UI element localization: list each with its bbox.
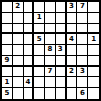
cell-r5c3[interactable] <box>24 45 35 56</box>
cell-r4c4[interactable]: 5 <box>34 34 45 45</box>
cell-r8c9[interactable] <box>88 77 99 88</box>
cell-r3c1[interactable] <box>2 24 13 35</box>
cell-r4c8[interactable] <box>77 34 88 45</box>
cell-r8c6[interactable] <box>56 77 67 88</box>
cell-r1c4[interactable] <box>34 2 45 13</box>
cell-r8c2[interactable] <box>13 77 24 88</box>
cell-r9c4[interactable] <box>34 88 45 99</box>
cell-r6c6[interactable] <box>56 56 67 67</box>
cell-r8c4[interactable] <box>34 77 45 88</box>
cell-r6c4[interactable] <box>34 56 45 67</box>
cell-r3c7[interactable] <box>67 24 78 35</box>
cell-r9c7[interactable] <box>67 88 78 99</box>
cell-r2c6[interactable] <box>56 13 67 24</box>
cell-r1c8[interactable]: 7 <box>77 2 88 13</box>
cell-r7c5[interactable]: 7 <box>45 67 56 78</box>
cell-r5c2[interactable] <box>13 45 24 56</box>
cell-r6c8[interactable] <box>77 56 88 67</box>
cell-r4c2[interactable] <box>13 34 24 45</box>
cell-r9c1[interactable]: 5 <box>2 88 13 99</box>
cell-r7c7[interactable]: 2 <box>67 67 78 78</box>
cell-r3c5[interactable] <box>45 24 56 35</box>
cell-r2c9[interactable] <box>88 13 99 24</box>
cell-r1c9[interactable] <box>88 2 99 13</box>
cell-r7c3[interactable] <box>24 67 35 78</box>
cell-r5c6[interactable]: 3 <box>56 45 67 56</box>
cell-r6c1[interactable]: 9 <box>2 56 13 67</box>
cell-r4c9[interactable]: 1 <box>88 34 99 45</box>
cell-r3c8[interactable] <box>77 24 88 35</box>
cell-r1c1[interactable] <box>2 2 13 13</box>
cell-r1c5[interactable] <box>45 2 56 13</box>
cell-r6c3[interactable] <box>24 56 35 67</box>
cell-r1c2[interactable]: 2 <box>13 2 24 13</box>
cell-r6c9[interactable] <box>88 56 99 67</box>
cell-r4c5[interactable] <box>45 34 56 45</box>
cell-r9c9[interactable] <box>88 88 99 99</box>
cell-r4c7[interactable]: 4 <box>67 34 78 45</box>
cell-r7c2[interactable] <box>13 67 24 78</box>
cell-r7c9[interactable] <box>88 67 99 78</box>
cell-r7c1[interactable] <box>2 67 13 78</box>
cell-r2c3[interactable] <box>24 13 35 24</box>
cell-r4c6[interactable] <box>56 34 67 45</box>
cell-r6c7[interactable] <box>67 56 78 67</box>
cell-r4c3[interactable] <box>24 34 35 45</box>
cell-r9c3[interactable] <box>24 88 35 99</box>
cell-r2c8[interactable] <box>77 13 88 24</box>
cell-r8c5[interactable] <box>45 77 56 88</box>
cell-r8c7[interactable] <box>67 77 78 88</box>
cell-r5c1[interactable] <box>2 45 13 56</box>
cell-r1c3[interactable] <box>24 2 35 13</box>
cell-r3c2[interactable] <box>13 24 24 35</box>
cell-r9c5[interactable] <box>45 88 56 99</box>
cell-r2c7[interactable] <box>67 13 78 24</box>
cell-r5c8[interactable] <box>77 45 88 56</box>
cell-r7c4[interactable] <box>34 67 45 78</box>
cell-r5c5[interactable]: 8 <box>45 45 56 56</box>
cell-r8c1[interactable]: 1 <box>2 77 13 88</box>
cell-r7c8[interactable]: 3 <box>77 67 88 78</box>
cell-r2c4[interactable]: 1 <box>34 13 45 24</box>
cell-r3c4[interactable] <box>34 24 45 35</box>
cell-r9c6[interactable] <box>56 88 67 99</box>
cell-r3c3[interactable] <box>24 24 35 35</box>
cell-r7c6[interactable] <box>56 67 67 78</box>
cell-r2c1[interactable] <box>2 13 13 24</box>
cell-r5c9[interactable] <box>88 45 99 56</box>
sudoku-puzzle: 23715418397231456 <box>0 0 101 101</box>
cell-r1c6[interactable] <box>56 2 67 13</box>
cell-r6c2[interactable] <box>13 56 24 67</box>
cell-r9c2[interactable] <box>13 88 24 99</box>
cell-r3c6[interactable] <box>56 24 67 35</box>
cell-r8c8[interactable] <box>77 77 88 88</box>
sudoku-board: 23715418397231456 <box>0 0 101 101</box>
cell-r9c8[interactable]: 6 <box>77 88 88 99</box>
cell-r6c5[interactable] <box>45 56 56 67</box>
cell-r5c4[interactable] <box>34 45 45 56</box>
cell-r5c7[interactable] <box>67 45 78 56</box>
cell-r2c5[interactable] <box>45 13 56 24</box>
cell-r3c9[interactable] <box>88 24 99 35</box>
cell-r4c1[interactable] <box>2 34 13 45</box>
cell-r8c3[interactable]: 4 <box>24 77 35 88</box>
cell-r2c2[interactable] <box>13 13 24 24</box>
cell-r1c7[interactable]: 3 <box>67 2 78 13</box>
